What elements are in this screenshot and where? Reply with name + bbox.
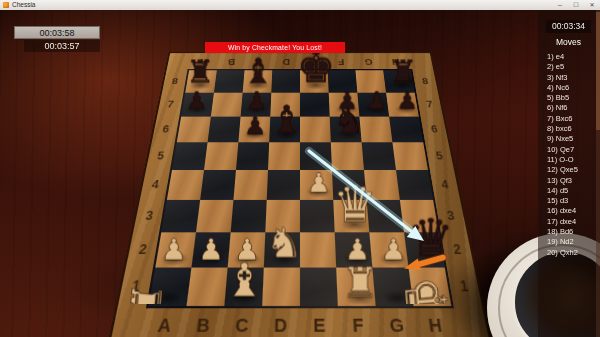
move-item-15: 15) d3 xyxy=(547,196,591,206)
moves-list: 1) e42) e53) Nf34) Nc65) Bb56) Nf67) Bxc… xyxy=(546,52,591,258)
app-window: Chessia ─ ☐ ✕ ABCDEFGH ABCDEFGH 87654321… xyxy=(0,0,600,337)
square-c3[interactable] xyxy=(231,200,267,232)
file-label-bottom-g: G xyxy=(376,311,418,337)
pawn-glyph: ♟ xyxy=(366,88,388,112)
rank-label-right-5: 5 xyxy=(428,142,451,170)
rank-label-right-4: 4 xyxy=(433,170,457,200)
square-d5[interactable] xyxy=(268,142,300,170)
knight-glyph: ♞ xyxy=(265,223,302,265)
square-c4[interactable] xyxy=(233,170,268,200)
move-item-18: 18) Bd6 xyxy=(547,227,591,237)
pawn-glyph: ♟ xyxy=(396,88,418,112)
file-label-bottom-c: C xyxy=(221,311,262,337)
move-item-14: 14) d5 xyxy=(547,186,591,196)
square-h4[interactable] xyxy=(396,170,433,200)
move-item-19: 19) Nd2 xyxy=(547,237,591,247)
move-item-11: 11) O-O xyxy=(547,155,591,165)
file-labels-bottom: ABCDEFGH xyxy=(143,311,457,337)
player-clock-black: 00:03:57 xyxy=(24,40,100,52)
panel-clock: 00:03:34 xyxy=(546,20,591,33)
square-d1[interactable] xyxy=(262,268,300,306)
close-button[interactable]: ✕ xyxy=(584,0,600,10)
pawn-glyph: ♟ xyxy=(161,235,187,264)
rook-glyph: ♜ xyxy=(186,57,214,88)
square-h6[interactable] xyxy=(389,117,423,143)
square-a4[interactable] xyxy=(167,170,204,200)
file-label-bottom-e: E xyxy=(300,311,339,337)
pawn-glyph: ♟ xyxy=(198,235,224,264)
square-g5[interactable] xyxy=(362,142,396,170)
file-label-top-d: D xyxy=(272,54,300,68)
result-banner: Win by Checkmate! You Lost! xyxy=(205,42,345,53)
rank-label-left-5: 5 xyxy=(149,142,172,170)
square-e2[interactable] xyxy=(300,232,336,267)
rank-label-left-8: 8 xyxy=(165,70,185,92)
square-b5[interactable] xyxy=(204,142,238,170)
panel-scrollbar[interactable] xyxy=(596,10,600,337)
window-controls: ─ ☐ ✕ xyxy=(552,0,600,10)
moves-header: Moves xyxy=(546,36,591,49)
move-item-1: 1) e4 xyxy=(547,52,591,62)
square-a5[interactable] xyxy=(172,142,208,170)
move-item-10: 10) Qe7 xyxy=(547,145,591,155)
rank-label-right-7: 7 xyxy=(419,93,440,117)
move-item-13: 13) Qf3 xyxy=(547,176,591,186)
move-item-8: 8) bxc6 xyxy=(547,124,591,134)
move-item-5: 5) Bb5 xyxy=(547,93,591,103)
rank-label-left-7: 7 xyxy=(160,93,181,117)
queen-glyph: ♛ xyxy=(332,179,376,229)
file-label-bottom-f: F xyxy=(338,311,379,337)
window-title: Chessia xyxy=(12,0,35,10)
minimize-button[interactable]: ─ xyxy=(552,0,568,10)
move-item-20: 20) Qxh2 xyxy=(547,248,591,258)
square-e5[interactable] xyxy=(300,142,332,170)
rank-label-right-8: 8 xyxy=(415,70,435,92)
scrollbar-thumb[interactable] xyxy=(596,12,600,130)
move-item-16: 16) dxe4 xyxy=(547,206,591,216)
knight-glyph: ♞ xyxy=(333,103,365,138)
pawn-glyph: ♟ xyxy=(246,88,268,112)
square-b3[interactable] xyxy=(196,200,233,232)
square-e1[interactable] xyxy=(300,268,338,306)
move-item-12: 12) Qxe5 xyxy=(547,165,591,175)
square-a6[interactable] xyxy=(177,117,211,143)
bishop-glyph: ♝ xyxy=(224,257,265,303)
square-b1[interactable] xyxy=(187,268,228,306)
bishop-glyph: ♝ xyxy=(243,54,274,89)
rank-label-left-4: 4 xyxy=(143,170,167,200)
square-e7[interactable] xyxy=(300,93,330,117)
file-label-top-g: G xyxy=(354,54,383,68)
square-b6[interactable] xyxy=(208,117,241,143)
file-label-bottom-a: A xyxy=(143,311,186,337)
square-d4[interactable] xyxy=(267,170,300,200)
pawn-glyph: ♟ xyxy=(186,88,208,112)
square-d8[interactable] xyxy=(271,70,300,92)
game-viewport: ABCDEFGH ABCDEFGH 87654321 87654321 ♜♝♚♜… xyxy=(0,10,600,337)
rank-label-left-2: 2 xyxy=(129,232,156,267)
rank-label-left-3: 3 xyxy=(136,200,161,232)
square-e6[interactable] xyxy=(300,117,331,143)
square-h5[interactable] xyxy=(392,142,428,170)
file-label-bottom-d: D xyxy=(261,311,300,337)
square-a3[interactable] xyxy=(161,200,200,232)
square-c5[interactable] xyxy=(236,142,269,170)
app-icon xyxy=(3,2,9,8)
moves-panel: 00:03:34 Moves 1) e42) e53) Nf34) Nc65) … xyxy=(538,10,600,337)
file-label-bottom-b: B xyxy=(182,311,224,337)
move-item-3: 3) Nf3 xyxy=(547,73,591,83)
pawn-glyph: ♟ xyxy=(307,169,331,196)
maximize-button[interactable]: ☐ xyxy=(568,0,584,10)
move-item-6: 6) Nf6 xyxy=(547,103,591,113)
title-bar: Chessia ─ ☐ ✕ xyxy=(0,0,600,10)
square-b4[interactable] xyxy=(200,170,236,200)
square-e3[interactable] xyxy=(300,200,335,232)
move-item-7: 7) Bxc6 xyxy=(547,114,591,124)
move-item-2: 2) e5 xyxy=(547,62,591,72)
move-item-4: 4) Nc6 xyxy=(547,83,591,93)
square-b7[interactable] xyxy=(211,93,243,117)
pawn-glyph: ♟ xyxy=(244,113,266,138)
rook-glyph: ♜ xyxy=(341,262,378,303)
rook-glyph: ♜ xyxy=(126,281,170,321)
square-b8[interactable] xyxy=(214,70,245,92)
move-item-17: 17) dxe4 xyxy=(547,217,591,227)
pawn-glyph: ♟ xyxy=(381,235,407,264)
square-f5[interactable] xyxy=(331,142,364,170)
rank-label-left-6: 6 xyxy=(155,117,177,143)
player-clock-white: 00:03:58 xyxy=(14,26,100,39)
rook-glyph: ♜ xyxy=(389,57,417,88)
bishop-glyph: ♝ xyxy=(270,101,303,138)
move-item-9: 9) Nxe5 xyxy=(547,134,591,144)
rank-label-right-6: 6 xyxy=(423,117,445,143)
